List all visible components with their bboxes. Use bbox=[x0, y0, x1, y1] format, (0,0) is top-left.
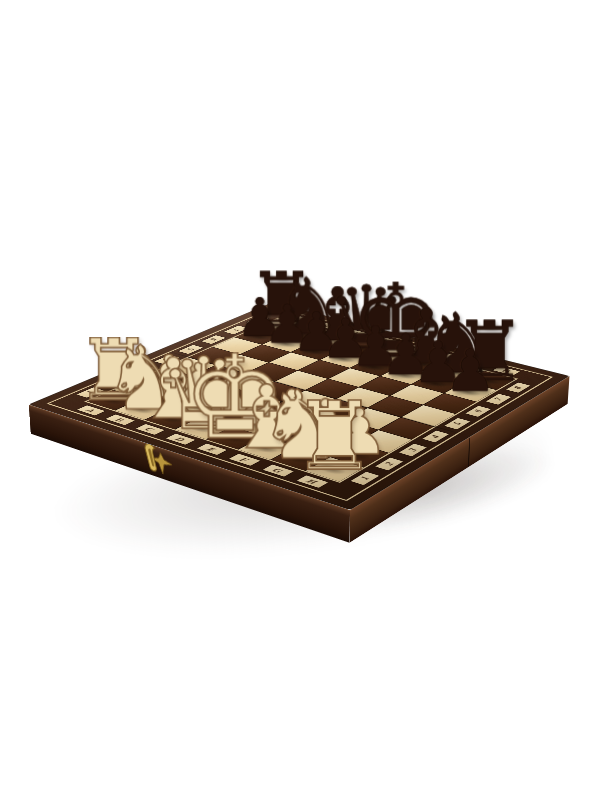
piece-white-rook-h1: ♜ bbox=[256, 399, 413, 474]
fold-seam-side bbox=[468, 438, 470, 468]
product-photo: ABCDEFGH ABCDEFGH 87654321 87654321 ♜♞♝♛… bbox=[0, 0, 600, 800]
piece-black-pawn-h7: ♟ bbox=[400, 348, 540, 395]
